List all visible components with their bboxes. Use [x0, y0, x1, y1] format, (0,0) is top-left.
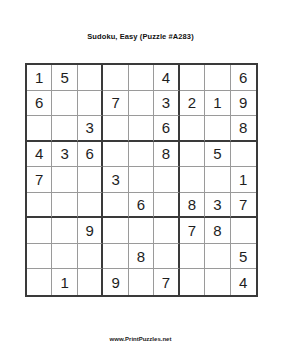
cell-r9c7[interactable]	[180, 269, 205, 295]
cell-r2c1[interactable]: 6	[27, 91, 52, 117]
cell-r5c6[interactable]	[154, 167, 179, 193]
cell-r5c9[interactable]: 1	[231, 167, 256, 193]
cell-r2c4[interactable]: 7	[103, 91, 128, 117]
cell-r6c3[interactable]	[78, 193, 103, 219]
cell-r3c9[interactable]: 8	[231, 116, 256, 142]
cell-r1c7[interactable]	[180, 65, 205, 91]
cell-r9c5[interactable]	[129, 269, 154, 295]
cell-r3c4[interactable]	[103, 116, 128, 142]
cell-r7c9[interactable]	[231, 218, 256, 244]
cell-r1c6[interactable]: 4	[154, 65, 179, 91]
cell-r4c1[interactable]: 4	[27, 142, 52, 168]
cell-r8c7[interactable]	[180, 244, 205, 270]
cell-r3c5[interactable]	[129, 116, 154, 142]
cell-r6c2[interactable]	[52, 193, 77, 219]
cell-r5c8[interactable]	[205, 167, 230, 193]
cell-r6c1[interactable]	[27, 193, 52, 219]
cell-r5c1[interactable]: 7	[27, 167, 52, 193]
cell-r4c6[interactable]: 8	[154, 142, 179, 168]
cell-r2c5[interactable]	[129, 91, 154, 117]
cell-r7c4[interactable]	[103, 218, 128, 244]
cell-r6c9[interactable]: 7	[231, 193, 256, 219]
cell-r1c5[interactable]	[129, 65, 154, 91]
cell-r1c1[interactable]: 1	[27, 65, 52, 91]
cell-r1c3[interactable]	[78, 65, 103, 91]
cell-r4c3[interactable]: 6	[78, 142, 103, 168]
cell-r4c8[interactable]: 5	[205, 142, 230, 168]
cell-r2c3[interactable]	[78, 91, 103, 117]
cell-r2c7[interactable]: 2	[180, 91, 205, 117]
cell-r9c1[interactable]	[27, 269, 52, 295]
cell-r4c5[interactable]	[129, 142, 154, 168]
cell-r8c6[interactable]	[154, 244, 179, 270]
cell-r6c5[interactable]: 6	[129, 193, 154, 219]
cell-r2c6[interactable]: 3	[154, 91, 179, 117]
cell-r6c8[interactable]: 3	[205, 193, 230, 219]
cell-r3c1[interactable]	[27, 116, 52, 142]
cell-r1c4[interactable]	[103, 65, 128, 91]
puzzle-title: Sudoku, Easy (Puzzle #A283)	[0, 32, 281, 41]
cell-r5c7[interactable]	[180, 167, 205, 193]
cell-r6c7[interactable]: 8	[180, 193, 205, 219]
cell-r8c3[interactable]	[78, 244, 103, 270]
cell-r9c2[interactable]: 1	[52, 269, 77, 295]
cell-r2c9[interactable]: 9	[231, 91, 256, 117]
cell-r5c4[interactable]: 3	[103, 167, 128, 193]
cell-r8c2[interactable]	[52, 244, 77, 270]
cell-r8c8[interactable]	[205, 244, 230, 270]
cell-r9c9[interactable]: 4	[231, 269, 256, 295]
sudoku-page: Sudoku, Easy (Puzzle #A283) 154667321936…	[0, 0, 281, 363]
cell-r7c5[interactable]	[129, 218, 154, 244]
sudoku-board: 1546673219368436857316837978851974	[25, 63, 258, 297]
cell-r5c2[interactable]	[52, 167, 77, 193]
cell-r6c4[interactable]	[103, 193, 128, 219]
cell-r7c6[interactable]	[154, 218, 179, 244]
cell-r2c8[interactable]: 1	[205, 91, 230, 117]
cell-r9c8[interactable]	[205, 269, 230, 295]
cell-r9c3[interactable]	[78, 269, 103, 295]
cell-r3c7[interactable]	[180, 116, 205, 142]
cell-r8c4[interactable]	[103, 244, 128, 270]
cell-r4c9[interactable]	[231, 142, 256, 168]
cell-r5c5[interactable]	[129, 167, 154, 193]
cell-r1c2[interactable]: 5	[52, 65, 77, 91]
cell-r7c2[interactable]	[52, 218, 77, 244]
cell-r3c8[interactable]	[205, 116, 230, 142]
cell-r3c3[interactable]: 3	[78, 116, 103, 142]
cell-r3c6[interactable]: 6	[154, 116, 179, 142]
cell-r3c2[interactable]	[52, 116, 77, 142]
cell-r4c7[interactable]	[180, 142, 205, 168]
footer-url: www.PrintPuzzles.net	[0, 336, 281, 342]
cell-r2c2[interactable]	[52, 91, 77, 117]
cell-r1c9[interactable]: 6	[231, 65, 256, 91]
cell-r9c4[interactable]: 9	[103, 269, 128, 295]
cell-r4c4[interactable]	[103, 142, 128, 168]
cell-r4c2[interactable]: 3	[52, 142, 77, 168]
cell-r7c1[interactable]	[27, 218, 52, 244]
cell-r8c9[interactable]: 5	[231, 244, 256, 270]
cell-r8c5[interactable]: 8	[129, 244, 154, 270]
cell-r7c7[interactable]: 7	[180, 218, 205, 244]
cell-r7c8[interactable]: 8	[205, 218, 230, 244]
cell-r6c6[interactable]	[154, 193, 179, 219]
cell-r9c6[interactable]: 7	[154, 269, 179, 295]
cell-r8c1[interactable]	[27, 244, 52, 270]
cell-r1c8[interactable]	[205, 65, 230, 91]
cell-r5c3[interactable]	[78, 167, 103, 193]
cell-r7c3[interactable]: 9	[78, 218, 103, 244]
